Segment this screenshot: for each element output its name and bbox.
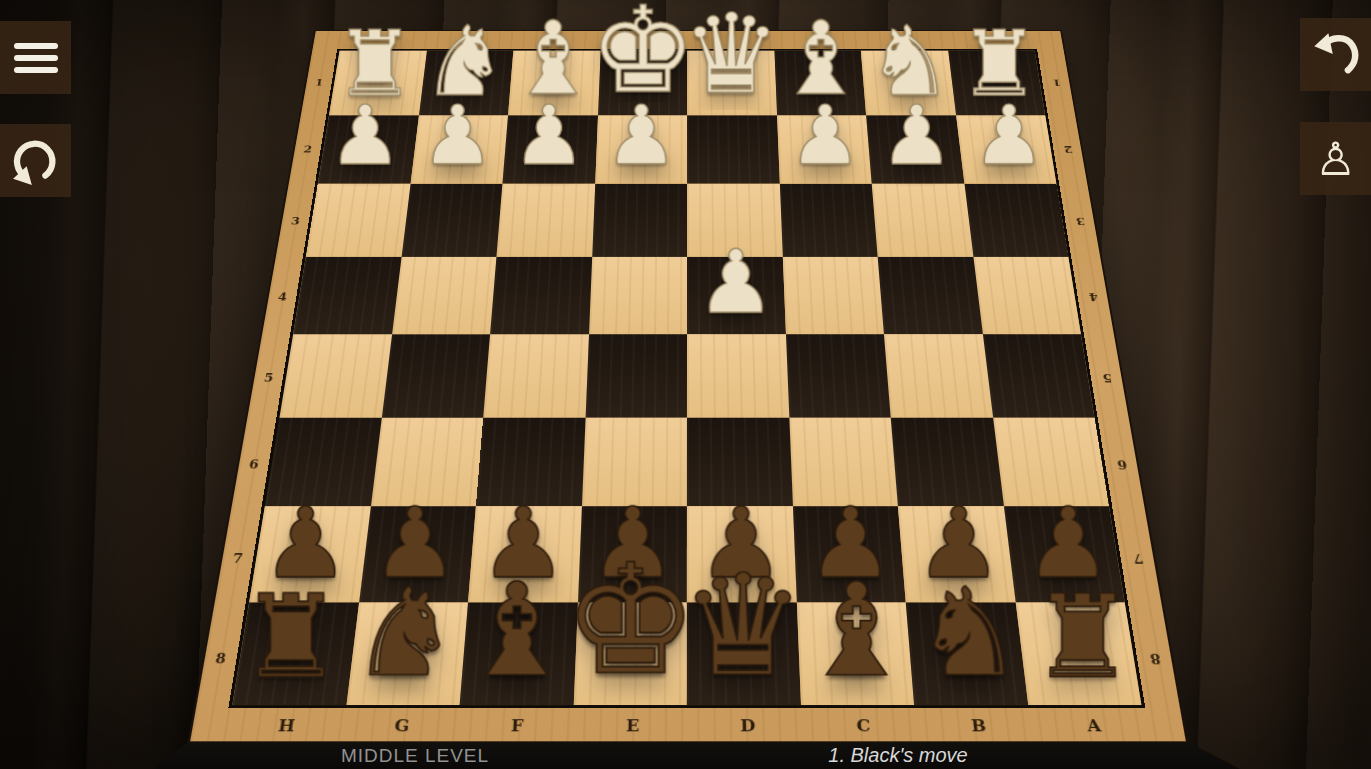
- file-label: G: [343, 712, 461, 741]
- square-a5[interactable]: [982, 334, 1094, 417]
- move-status-label: 1. Black's move: [828, 742, 967, 769]
- square-e5[interactable]: [585, 334, 687, 417]
- board-front-edge: MIDDLE LEVEL 1. Black's move: [155, 742, 1240, 769]
- square-f8[interactable]: ♝: [460, 602, 578, 705]
- square-h8[interactable]: ♜: [232, 602, 358, 705]
- file-label: A: [1035, 712, 1155, 741]
- square-c2[interactable]: ♟: [777, 115, 872, 183]
- black-queen[interactable]: ♛: [681, 561, 806, 690]
- menu-button[interactable]: [0, 21, 71, 94]
- white-pawn[interactable]: ♟: [972, 98, 1046, 174]
- rotate-board-button[interactable]: [0, 124, 71, 197]
- black-king[interactable]: ♚: [562, 551, 698, 690]
- square-e3[interactable]: [592, 184, 687, 257]
- square-g8[interactable]: ♞: [346, 602, 468, 705]
- pawn-outline-icon: ♙: [1315, 136, 1356, 182]
- square-g4[interactable]: [392, 256, 497, 334]
- square-f5[interactable]: [483, 334, 588, 417]
- square-e2[interactable]: ♟: [595, 115, 687, 183]
- black-bishop[interactable]: ♝: [460, 572, 575, 690]
- file-label: C: [805, 712, 922, 741]
- board-grid: ♜♞♝♚♛♝♞♜♟♟♟♟♟♟♟♟♟♟♟♟♟♟♟♟♜♞♝♚♛♝♞♜: [228, 49, 1145, 708]
- undo-button[interactable]: [1300, 18, 1371, 91]
- white-pawn[interactable]: ♟: [421, 98, 495, 174]
- square-e4[interactable]: [589, 256, 687, 334]
- white-pawn[interactable]: ♟: [788, 98, 862, 174]
- white-pawn[interactable]: ♟: [329, 98, 403, 174]
- square-h4[interactable]: [293, 256, 401, 334]
- square-c3[interactable]: [779, 184, 877, 257]
- square-h3[interactable]: [306, 184, 410, 257]
- square-f2[interactable]: ♟: [502, 115, 597, 183]
- square-f3[interactable]: [496, 184, 594, 257]
- file-labels: HGFEDCBA: [227, 712, 1155, 741]
- white-pawn[interactable]: ♟: [512, 98, 586, 174]
- file-label: D: [690, 712, 806, 741]
- square-a8[interactable]: ♜: [1015, 602, 1141, 705]
- file-label: E: [574, 712, 690, 741]
- black-knight[interactable]: ♞: [350, 578, 459, 690]
- hamburger-icon: [14, 43, 58, 73]
- square-a2[interactable]: ♟: [956, 115, 1057, 183]
- square-a3[interactable]: [964, 184, 1068, 257]
- square-c5[interactable]: [785, 334, 890, 417]
- square-e8[interactable]: ♚: [573, 602, 687, 705]
- piece-button[interactable]: ♙: [1300, 122, 1371, 195]
- square-d4[interactable]: ♟: [687, 256, 785, 334]
- black-knight[interactable]: ♞: [915, 578, 1024, 690]
- square-f4[interactable]: [490, 256, 592, 334]
- square-h5[interactable]: [280, 334, 392, 417]
- square-b5[interactable]: [884, 334, 993, 417]
- square-g5[interactable]: [381, 334, 490, 417]
- square-c8[interactable]: ♝: [796, 602, 914, 705]
- file-label: H: [227, 712, 346, 741]
- square-b8[interactable]: ♞: [906, 602, 1028, 705]
- square-c4[interactable]: [782, 256, 884, 334]
- white-pawn[interactable]: ♟: [880, 98, 954, 174]
- square-g3[interactable]: [401, 184, 502, 257]
- square-d2[interactable]: [687, 115, 779, 183]
- square-a4[interactable]: [973, 256, 1081, 334]
- rotate-icon: [11, 136, 61, 186]
- white-pawn[interactable]: ♟: [697, 242, 775, 323]
- level-label: MIDDLE LEVEL: [341, 742, 489, 769]
- black-rook[interactable]: ♜: [240, 584, 343, 690]
- chess-board: 12345678 12345678 HGFEDCBA ♜♞♝♚♛♝♞♜♟♟♟♟♟…: [187, 30, 1188, 744]
- board-frame: 12345678 12345678 HGFEDCBA ♜♞♝♚♛♝♞♜♟♟♟♟♟…: [187, 30, 1188, 744]
- square-g2[interactable]: ♟: [410, 115, 508, 183]
- black-rook[interactable]: ♜: [1031, 584, 1134, 690]
- square-b2[interactable]: ♟: [866, 115, 964, 183]
- white-pawn[interactable]: ♟: [604, 98, 678, 174]
- square-d1[interactable]: ♛: [687, 51, 777, 115]
- square-b4[interactable]: [878, 256, 983, 334]
- white-queen[interactable]: ♛: [682, 4, 781, 106]
- file-label: F: [458, 712, 575, 741]
- undo-arrow-icon: [1310, 29, 1362, 81]
- square-h2[interactable]: ♟: [318, 115, 419, 183]
- square-b3[interactable]: [872, 184, 973, 257]
- file-label: B: [920, 712, 1038, 741]
- square-d5[interactable]: [687, 334, 789, 417]
- square-d8[interactable]: ♛: [687, 602, 801, 705]
- black-bishop[interactable]: ♝: [799, 572, 914, 690]
